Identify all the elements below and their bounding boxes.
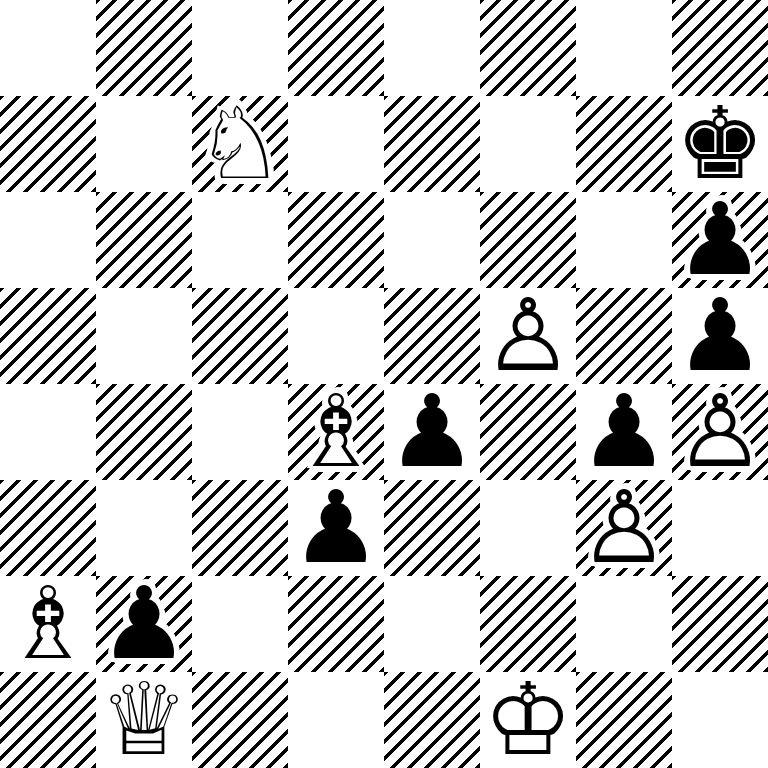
- square-g7[interactable]: [576, 96, 672, 192]
- square-d1[interactable]: [288, 672, 384, 768]
- square-g4[interactable]: ♟♟: [576, 384, 672, 480]
- piece-halo: ♟: [576, 480, 672, 576]
- square-b1[interactable]: ♛♕: [96, 672, 192, 768]
- square-d3[interactable]: ♟♟: [288, 480, 384, 576]
- piece-halo: ♟: [480, 288, 576, 384]
- square-c7[interactable]: ♞♘: [192, 96, 288, 192]
- square-g6[interactable]: [576, 192, 672, 288]
- square-a1[interactable]: [0, 672, 96, 768]
- square-c3[interactable]: [192, 480, 288, 576]
- black-pawn-icon: ♟: [576, 384, 672, 480]
- square-a2[interactable]: ♝♗: [0, 576, 96, 672]
- piece-halo: ♞: [192, 96, 288, 192]
- piece-halo: ♟: [576, 384, 672, 480]
- square-b4[interactable]: [96, 384, 192, 480]
- square-f7[interactable]: [480, 96, 576, 192]
- square-h5[interactable]: ♟♟: [672, 288, 768, 384]
- square-f5[interactable]: ♟♙: [480, 288, 576, 384]
- black-pawn-icon: ♟: [384, 384, 480, 480]
- white-pawn-icon: ♙: [672, 384, 768, 480]
- square-b6[interactable]: [96, 192, 192, 288]
- piece-halo: ♟: [288, 480, 384, 576]
- square-h2[interactable]: [672, 576, 768, 672]
- square-f6[interactable]: [480, 192, 576, 288]
- black-pawn-icon: ♟: [672, 288, 768, 384]
- white-king-icon: ♔: [480, 672, 576, 768]
- square-c6[interactable]: [192, 192, 288, 288]
- square-e2[interactable]: [384, 576, 480, 672]
- white-queen-icon: ♕: [96, 672, 192, 768]
- chess-board: ♞♘♚♚♟♟♟♙♟♟♝♗♟♟♟♟♟♙♟♟♟♙♝♗♟♟♛♕♚♔: [0, 0, 768, 768]
- square-h8[interactable]: [672, 0, 768, 96]
- square-e1[interactable]: [384, 672, 480, 768]
- piece-halo: ♝: [0, 576, 96, 672]
- square-h3[interactable]: [672, 480, 768, 576]
- white-pawn-icon: ♙: [576, 480, 672, 576]
- square-d5[interactable]: [288, 288, 384, 384]
- square-h4[interactable]: ♟♙: [672, 384, 768, 480]
- square-c5[interactable]: [192, 288, 288, 384]
- white-bishop-icon: ♗: [288, 384, 384, 480]
- white-knight-icon: ♘: [192, 96, 288, 192]
- square-d6[interactable]: [288, 192, 384, 288]
- square-a6[interactable]: [0, 192, 96, 288]
- square-h7[interactable]: ♚♚: [672, 96, 768, 192]
- piece-halo: ♝: [288, 384, 384, 480]
- square-f3[interactable]: [480, 480, 576, 576]
- square-g3[interactable]: ♟♙: [576, 480, 672, 576]
- square-e4[interactable]: ♟♟: [384, 384, 480, 480]
- square-g5[interactable]: [576, 288, 672, 384]
- square-a4[interactable]: [0, 384, 96, 480]
- square-a8[interactable]: [0, 0, 96, 96]
- square-d4[interactable]: ♝♗: [288, 384, 384, 480]
- square-g1[interactable]: [576, 672, 672, 768]
- square-g8[interactable]: [576, 0, 672, 96]
- square-e3[interactable]: [384, 480, 480, 576]
- square-a7[interactable]: [0, 96, 96, 192]
- black-king-icon: ♚: [672, 96, 768, 192]
- square-c2[interactable]: [192, 576, 288, 672]
- square-d8[interactable]: [288, 0, 384, 96]
- square-h6[interactable]: ♟♟: [672, 192, 768, 288]
- square-e8[interactable]: [384, 0, 480, 96]
- square-e7[interactable]: [384, 96, 480, 192]
- black-pawn-icon: ♟: [288, 480, 384, 576]
- square-b8[interactable]: [96, 0, 192, 96]
- piece-halo: ♚: [672, 96, 768, 192]
- square-c8[interactable]: [192, 0, 288, 96]
- white-pawn-icon: ♙: [480, 288, 576, 384]
- square-f1[interactable]: ♚♔: [480, 672, 576, 768]
- piece-halo: ♚: [480, 672, 576, 768]
- piece-halo: ♟: [672, 192, 768, 288]
- square-b2[interactable]: ♟♟: [96, 576, 192, 672]
- square-g2[interactable]: [576, 576, 672, 672]
- square-b7[interactable]: [96, 96, 192, 192]
- square-b5[interactable]: [96, 288, 192, 384]
- square-c1[interactable]: [192, 672, 288, 768]
- black-pawn-icon: ♟: [96, 576, 192, 672]
- piece-halo: ♟: [96, 576, 192, 672]
- square-f2[interactable]: [480, 576, 576, 672]
- square-d7[interactable]: [288, 96, 384, 192]
- white-bishop-icon: ♗: [0, 576, 96, 672]
- black-pawn-icon: ♟: [672, 192, 768, 288]
- piece-halo: ♟: [672, 384, 768, 480]
- piece-halo: ♟: [384, 384, 480, 480]
- square-a3[interactable]: [0, 480, 96, 576]
- square-e5[interactable]: [384, 288, 480, 384]
- square-d2[interactable]: [288, 576, 384, 672]
- square-c4[interactable]: [192, 384, 288, 480]
- piece-halo: ♛: [96, 672, 192, 768]
- square-b3[interactable]: [96, 480, 192, 576]
- square-a5[interactable]: [0, 288, 96, 384]
- square-h1[interactable]: [672, 672, 768, 768]
- square-e6[interactable]: [384, 192, 480, 288]
- square-f8[interactable]: [480, 0, 576, 96]
- square-f4[interactable]: [480, 384, 576, 480]
- piece-halo: ♟: [672, 288, 768, 384]
